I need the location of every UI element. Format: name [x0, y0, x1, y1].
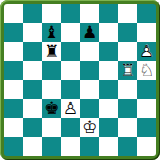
piece-outline: ♔ [80, 118, 99, 137]
square-a6[interactable] [4, 42, 23, 61]
square-d2[interactable] [61, 118, 80, 137]
square-d3[interactable]: ♟♙ [61, 99, 80, 118]
square-d5[interactable] [61, 61, 80, 80]
square-e5[interactable] [80, 61, 99, 80]
square-f4[interactable] [99, 80, 118, 99]
square-b3[interactable] [23, 99, 42, 118]
square-e3[interactable] [80, 99, 99, 118]
square-e4[interactable] [80, 80, 99, 99]
square-b8[interactable] [23, 4, 42, 23]
square-a5[interactable] [4, 61, 23, 80]
piece-black-pawn[interactable]: ♟ [80, 23, 99, 42]
piece-black-king[interactable]: ♚ [42, 99, 61, 118]
square-b7[interactable] [23, 23, 42, 42]
square-c6[interactable]: ♜ [42, 42, 61, 61]
piece-white-pawn[interactable]: ♟♙ [61, 99, 80, 118]
piece-white-pawn[interactable]: ♟♙ [137, 42, 156, 61]
square-f6[interactable] [99, 42, 118, 61]
square-g2[interactable] [118, 118, 137, 137]
square-g4[interactable] [118, 80, 137, 99]
square-h5[interactable]: ♞♘ [137, 61, 156, 80]
square-d6[interactable] [61, 42, 80, 61]
chess-diagram: ♝♟♜♟♙♜♖♞♘♚♟♙♚♔ [0, 0, 160, 160]
square-f7[interactable] [99, 23, 118, 42]
square-h6[interactable]: ♟♙ [137, 42, 156, 61]
square-g6[interactable] [118, 42, 137, 61]
square-f5[interactable] [99, 61, 118, 80]
square-a2[interactable] [4, 118, 23, 137]
square-a1[interactable] [4, 137, 23, 156]
square-e6[interactable] [80, 42, 99, 61]
square-h4[interactable] [137, 80, 156, 99]
square-g7[interactable] [118, 23, 137, 42]
square-a8[interactable] [4, 4, 23, 23]
piece-outline: ♙ [137, 42, 156, 61]
square-f1[interactable] [99, 137, 118, 156]
piece-white-king[interactable]: ♚♔ [80, 118, 99, 137]
square-d1[interactable] [61, 137, 80, 156]
square-d4[interactable] [61, 80, 80, 99]
square-b4[interactable] [23, 80, 42, 99]
square-f3[interactable] [99, 99, 118, 118]
square-h7[interactable] [137, 23, 156, 42]
square-a7[interactable] [4, 23, 23, 42]
square-e2[interactable]: ♚♔ [80, 118, 99, 137]
square-c2[interactable] [42, 118, 61, 137]
square-c5[interactable] [42, 61, 61, 80]
piece-outline: ♙ [61, 99, 80, 118]
square-b6[interactable] [23, 42, 42, 61]
square-g5[interactable]: ♜♖ [118, 61, 137, 80]
square-c7[interactable]: ♝ [42, 23, 61, 42]
square-h8[interactable] [137, 4, 156, 23]
square-e7[interactable]: ♟ [80, 23, 99, 42]
square-e8[interactable] [80, 4, 99, 23]
square-b5[interactable] [23, 61, 42, 80]
square-a4[interactable] [4, 80, 23, 99]
piece-outline: ♖ [118, 61, 137, 80]
square-d7[interactable] [61, 23, 80, 42]
piece-black-rook[interactable]: ♜ [42, 42, 61, 61]
square-c3[interactable]: ♚ [42, 99, 61, 118]
square-a3[interactable] [4, 99, 23, 118]
square-f8[interactable] [99, 4, 118, 23]
square-g3[interactable] [118, 99, 137, 118]
square-g1[interactable] [118, 137, 137, 156]
square-f2[interactable] [99, 118, 118, 137]
square-g8[interactable] [118, 4, 137, 23]
square-h3[interactable] [137, 99, 156, 118]
chess-board: ♝♟♜♟♙♜♖♞♘♚♟♙♚♔ [4, 4, 156, 156]
piece-black-bishop[interactable]: ♝ [42, 23, 61, 42]
square-c4[interactable] [42, 80, 61, 99]
square-e1[interactable] [80, 137, 99, 156]
square-h2[interactable] [137, 118, 156, 137]
square-h1[interactable] [137, 137, 156, 156]
square-b1[interactable] [23, 137, 42, 156]
square-d8[interactable] [61, 4, 80, 23]
square-b2[interactable] [23, 118, 42, 137]
piece-white-rook[interactable]: ♜♖ [118, 61, 137, 80]
square-c1[interactable] [42, 137, 61, 156]
piece-white-knight[interactable]: ♞♘ [137, 61, 156, 80]
square-c8[interactable] [42, 4, 61, 23]
piece-outline: ♘ [137, 61, 156, 80]
